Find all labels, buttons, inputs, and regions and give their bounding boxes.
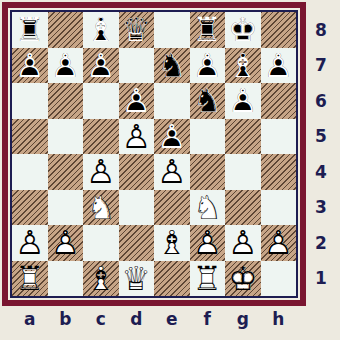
square-c4[interactable]: ♟♙ — [83, 154, 119, 190]
piece-fill-glyph: ♞ — [190, 83, 226, 119]
square-g8[interactable]: ♚♔ — [225, 12, 261, 48]
square-a7[interactable]: ♟♙ — [12, 48, 48, 84]
square-a3[interactable] — [12, 190, 48, 226]
white-pawn-a2[interactable]: ♟♙ — [12, 225, 48, 261]
square-a2[interactable]: ♟♙ — [12, 225, 48, 261]
piece-outline-glyph: ♖ — [190, 261, 226, 297]
white-pawn-c4[interactable]: ♟♙ — [83, 154, 119, 190]
square-e4[interactable]: ♟♙ — [154, 154, 190, 190]
piece-outline-glyph: ♙ — [154, 119, 190, 155]
piece-fill-glyph: ♚ — [225, 261, 261, 297]
piece-fill-glyph: ♜ — [190, 12, 226, 48]
piece-outline-glyph: ♙ — [12, 48, 48, 84]
square-c3[interactable]: ♞♘ — [83, 190, 119, 226]
square-d6[interactable]: ♟♙ — [119, 83, 155, 119]
square-a5[interactable] — [12, 119, 48, 155]
square-f8[interactable]: ♜♖ — [190, 12, 226, 48]
file-label-c: c — [83, 304, 119, 334]
file-labels: abcdefgh — [12, 304, 296, 334]
square-h1[interactable] — [261, 261, 297, 297]
black-rook-f8[interactable]: ♜♖ — [190, 12, 226, 48]
piece-outline-glyph: ♙ — [83, 48, 119, 84]
piece-outline-glyph: ♖ — [12, 261, 48, 297]
piece-outline-glyph: ♗ — [83, 12, 119, 48]
piece-outline-glyph: ♘ — [83, 190, 119, 226]
file-label-e: e — [154, 304, 190, 334]
square-b4[interactable] — [48, 154, 84, 190]
square-e3[interactable] — [154, 190, 190, 226]
square-a4[interactable] — [12, 154, 48, 190]
piece-outline-glyph: ♕ — [119, 12, 155, 48]
black-pawn-h7[interactable]: ♟♙ — [261, 48, 297, 84]
piece-fill-glyph: ♞ — [190, 190, 226, 226]
square-g4[interactable] — [225, 154, 261, 190]
piece-outline-glyph: ♙ — [83, 154, 119, 190]
square-d5[interactable]: ♟♙ — [119, 119, 155, 155]
piece-fill-glyph: ♟ — [83, 154, 119, 190]
piece-outline-glyph: ♙ — [48, 48, 84, 84]
black-king-g8[interactable]: ♚♔ — [225, 12, 261, 48]
piece-fill-glyph: ♟ — [190, 225, 226, 261]
square-c5[interactable] — [83, 119, 119, 155]
piece-outline-glyph: ♙ — [190, 225, 226, 261]
file-label-f: f — [190, 304, 226, 334]
square-f3[interactable]: ♞♘ — [190, 190, 226, 226]
square-a6[interactable] — [12, 83, 48, 119]
white-pawn-f2[interactable]: ♟♙ — [190, 225, 226, 261]
square-b1[interactable] — [48, 261, 84, 297]
piece-outline-glyph: ♙ — [261, 225, 297, 261]
piece-outline-glyph: ♖ — [190, 12, 226, 48]
square-g5[interactable] — [225, 119, 261, 155]
piece-fill-glyph: ♟ — [48, 225, 84, 261]
white-pawn-d5[interactable]: ♟♙ — [119, 119, 155, 155]
square-c1[interactable]: ♝♗ — [83, 261, 119, 297]
black-pawn-e5[interactable]: ♟♙ — [154, 119, 190, 155]
white-rook-a1[interactable]: ♜♖ — [12, 261, 48, 297]
square-h6[interactable] — [261, 83, 297, 119]
piece-fill-glyph: ♜ — [12, 261, 48, 297]
white-pawn-g2[interactable]: ♟♙ — [225, 225, 261, 261]
file-label-a: a — [12, 304, 48, 334]
piece-outline-glyph: ♘ — [190, 190, 226, 226]
black-pawn-d6[interactable]: ♟♙ — [119, 83, 155, 119]
square-f5[interactable] — [190, 119, 226, 155]
square-d4[interactable] — [119, 154, 155, 190]
square-d3[interactable] — [119, 190, 155, 226]
piece-fill-glyph: ♞ — [83, 190, 119, 226]
file-label-h: h — [261, 304, 297, 334]
piece-outline-glyph: ♘ — [154, 48, 190, 84]
piece-fill-glyph: ♟ — [119, 119, 155, 155]
piece-fill-glyph: ♟ — [154, 154, 190, 190]
white-pawn-h2[interactable]: ♟♙ — [261, 225, 297, 261]
chess-board[interactable]: ♜♖♝♗♛♕♜♖♚♔♟♙♟♙♟♙♞♘♟♙♝♗♟♙♟♙♞♘♟♙♟♙♟♙♟♙♟♙♞♘… — [12, 12, 296, 296]
square-b2[interactable]: ♟♙ — [48, 225, 84, 261]
square-b3[interactable] — [48, 190, 84, 226]
black-bishop-g7[interactable]: ♝♗ — [225, 48, 261, 84]
piece-fill-glyph: ♟ — [154, 119, 190, 155]
piece-fill-glyph: ♜ — [12, 12, 48, 48]
piece-outline-glyph: ♗ — [225, 48, 261, 84]
square-c6[interactable] — [83, 83, 119, 119]
piece-fill-glyph: ♛ — [119, 12, 155, 48]
square-f6[interactable]: ♞♘ — [190, 83, 226, 119]
white-bishop-e2[interactable]: ♝♗ — [154, 225, 190, 261]
piece-fill-glyph: ♟ — [119, 83, 155, 119]
piece-fill-glyph: ♟ — [48, 48, 84, 84]
piece-outline-glyph: ♘ — [190, 83, 226, 119]
piece-fill-glyph: ♝ — [225, 48, 261, 84]
rank-label-3: 3 — [306, 190, 336, 226]
white-pawn-b2[interactable]: ♟♙ — [48, 225, 84, 261]
white-king-g1[interactable]: ♚♔ — [225, 261, 261, 297]
piece-outline-glyph: ♙ — [225, 83, 261, 119]
piece-fill-glyph: ♟ — [261, 225, 297, 261]
piece-fill-glyph: ♟ — [225, 225, 261, 261]
file-label-g: g — [225, 304, 261, 334]
square-e2[interactable]: ♝♗ — [154, 225, 190, 261]
square-g2[interactable]: ♟♙ — [225, 225, 261, 261]
piece-fill-glyph: ♚ — [225, 12, 261, 48]
square-b7[interactable]: ♟♙ — [48, 48, 84, 84]
rank-label-7: 7 — [306, 48, 336, 84]
square-b8[interactable] — [48, 12, 84, 48]
piece-outline-glyph: ♙ — [48, 225, 84, 261]
piece-fill-glyph: ♝ — [83, 12, 119, 48]
piece-outline-glyph: ♕ — [119, 261, 155, 297]
square-d7[interactable] — [119, 48, 155, 84]
chess-diagram: ♜♖♝♗♛♕♜♖♚♔♟♙♟♙♟♙♞♘♟♙♝♗♟♙♟♙♞♘♟♙♟♙♟♙♟♙♟♙♞♘… — [0, 0, 340, 340]
white-rook-f1[interactable]: ♜♖ — [190, 261, 226, 297]
square-c8[interactable]: ♝♗ — [83, 12, 119, 48]
file-label-d: d — [119, 304, 155, 334]
black-pawn-g6[interactable]: ♟♙ — [225, 83, 261, 119]
square-g3[interactable] — [225, 190, 261, 226]
piece-outline-glyph: ♗ — [83, 261, 119, 297]
square-d1[interactable]: ♛♕ — [119, 261, 155, 297]
black-queen-d8[interactable]: ♛♕ — [119, 12, 155, 48]
black-pawn-f7[interactable]: ♟♙ — [190, 48, 226, 84]
square-h5[interactable] — [261, 119, 297, 155]
piece-outline-glyph: ♙ — [12, 225, 48, 261]
white-knight-f3[interactable]: ♞♘ — [190, 190, 226, 226]
file-label-b: b — [48, 304, 84, 334]
piece-fill-glyph: ♟ — [12, 48, 48, 84]
piece-outline-glyph: ♙ — [119, 83, 155, 119]
square-h2[interactable]: ♟♙ — [261, 225, 297, 261]
square-b5[interactable] — [48, 119, 84, 155]
piece-outline-glyph: ♙ — [154, 154, 190, 190]
piece-fill-glyph: ♝ — [83, 261, 119, 297]
piece-outline-glyph: ♙ — [119, 119, 155, 155]
board-frame: ♜♖♝♗♛♕♜♖♚♔♟♙♟♙♟♙♞♘♟♙♝♗♟♙♟♙♞♘♟♙♟♙♟♙♟♙♟♙♞♘… — [2, 2, 306, 306]
square-c2[interactable] — [83, 225, 119, 261]
rank-labels: 87654321 — [306, 12, 336, 296]
piece-outline-glyph: ♙ — [225, 225, 261, 261]
board-frame-gap: ♜♖♝♗♛♕♜♖♚♔♟♙♟♙♟♙♞♘♟♙♝♗♟♙♟♙♞♘♟♙♟♙♟♙♟♙♟♙♞♘… — [8, 8, 300, 300]
black-bishop-c8[interactable]: ♝♗ — [83, 12, 119, 48]
rank-label-5: 5 — [306, 119, 336, 155]
piece-fill-glyph: ♟ — [190, 48, 226, 84]
rank-label-8: 8 — [306, 12, 336, 48]
piece-fill-glyph: ♟ — [83, 48, 119, 84]
black-knight-f6[interactable]: ♞♘ — [190, 83, 226, 119]
square-h7[interactable]: ♟♙ — [261, 48, 297, 84]
rank-label-6: 6 — [306, 83, 336, 119]
piece-fill-glyph: ♟ — [225, 83, 261, 119]
square-f2[interactable]: ♟♙ — [190, 225, 226, 261]
piece-fill-glyph: ♞ — [154, 48, 190, 84]
black-rook-a8[interactable]: ♜♖ — [12, 12, 48, 48]
square-a1[interactable]: ♜♖ — [12, 261, 48, 297]
piece-fill-glyph: ♟ — [12, 225, 48, 261]
white-knight-c3[interactable]: ♞♘ — [83, 190, 119, 226]
piece-outline-glyph: ♙ — [261, 48, 297, 84]
piece-outline-glyph: ♔ — [225, 12, 261, 48]
black-knight-e7[interactable]: ♞♘ — [154, 48, 190, 84]
square-h4[interactable] — [261, 154, 297, 190]
square-d8[interactable]: ♛♕ — [119, 12, 155, 48]
white-pawn-e4[interactable]: ♟♙ — [154, 154, 190, 190]
square-h3[interactable] — [261, 190, 297, 226]
square-c7[interactable]: ♟♙ — [83, 48, 119, 84]
piece-outline-glyph: ♔ — [225, 261, 261, 297]
square-e6[interactable] — [154, 83, 190, 119]
rank-label-1: 1 — [306, 261, 336, 297]
piece-outline-glyph: ♙ — [190, 48, 226, 84]
square-e7[interactable]: ♞♘ — [154, 48, 190, 84]
square-a8[interactable]: ♜♖ — [12, 12, 48, 48]
piece-fill-glyph: ♜ — [190, 261, 226, 297]
black-pawn-a7[interactable]: ♟♙ — [12, 48, 48, 84]
white-bishop-c1[interactable]: ♝♗ — [83, 261, 119, 297]
white-queen-d1[interactable]: ♛♕ — [119, 261, 155, 297]
square-g6[interactable]: ♟♙ — [225, 83, 261, 119]
piece-outline-glyph: ♖ — [12, 12, 48, 48]
square-f7[interactable]: ♟♙ — [190, 48, 226, 84]
square-e1[interactable] — [154, 261, 190, 297]
square-d2[interactable] — [119, 225, 155, 261]
piece-fill-glyph: ♟ — [261, 48, 297, 84]
square-e8[interactable] — [154, 12, 190, 48]
black-pawn-b7[interactable]: ♟♙ — [48, 48, 84, 84]
square-f4[interactable] — [190, 154, 226, 190]
piece-fill-glyph: ♛ — [119, 261, 155, 297]
piece-outline-glyph: ♗ — [154, 225, 190, 261]
black-pawn-c7[interactable]: ♟♙ — [83, 48, 119, 84]
board-inner-border: ♜♖♝♗♛♕♜♖♚♔♟♙♟♙♟♙♞♘♟♙♝♗♟♙♟♙♞♘♟♙♟♙♟♙♟♙♟♙♞♘… — [10, 10, 298, 298]
square-b6[interactable] — [48, 83, 84, 119]
square-g7[interactable]: ♝♗ — [225, 48, 261, 84]
piece-fill-glyph: ♝ — [154, 225, 190, 261]
square-f1[interactable]: ♜♖ — [190, 261, 226, 297]
rank-label-4: 4 — [306, 154, 336, 190]
square-h8[interactable] — [261, 12, 297, 48]
square-g1[interactable]: ♚♔ — [225, 261, 261, 297]
square-e5[interactable]: ♟♙ — [154, 119, 190, 155]
rank-label-2: 2 — [306, 225, 336, 261]
